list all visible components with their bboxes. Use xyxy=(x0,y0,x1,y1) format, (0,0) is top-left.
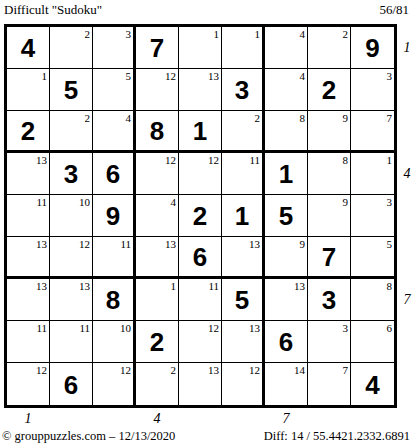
cell-r3c1: 2 xyxy=(7,111,50,153)
cell-r2c4: 12 xyxy=(136,69,179,111)
cell-r1c7: 4 xyxy=(265,27,308,69)
cell-r2c5: 13 xyxy=(179,69,222,111)
cell-r6c3: 11 xyxy=(93,237,136,279)
pencil-mark: 7 xyxy=(387,112,393,124)
cell-r9c2: 6 xyxy=(50,363,93,405)
cell-r3c8: 9 xyxy=(308,111,351,153)
cell-r1c4: 7 xyxy=(136,27,179,69)
cell-r1c6: 1 xyxy=(222,27,265,69)
cell-digit: 2 xyxy=(136,321,178,362)
pencil-mark: 12 xyxy=(249,364,260,376)
cell-r5c8: 9 xyxy=(308,195,351,237)
cell-r9c6: 12 xyxy=(222,363,265,405)
cell-digit: 6 xyxy=(265,321,307,362)
pencil-mark: 4 xyxy=(300,28,306,40)
cell-r5c9: 3 xyxy=(351,195,394,237)
pencil-mark: 9 xyxy=(343,112,349,124)
pencil-mark: 2 xyxy=(171,364,177,376)
cell-r9c3: 12 xyxy=(93,363,136,405)
pencil-mark: 9 xyxy=(300,238,306,250)
pencil-mark: 12 xyxy=(165,154,176,166)
pencil-mark: 3 xyxy=(343,322,349,334)
cell-r7c7: 13 xyxy=(265,279,308,321)
pencil-mark: 1 xyxy=(171,280,177,292)
pencil-mark: 12 xyxy=(120,364,131,376)
cell-r4c8: 8 xyxy=(308,153,351,195)
pencil-mark: 3 xyxy=(126,28,132,40)
cell-r1c5: 1 xyxy=(179,27,222,69)
cell-digit: 2 xyxy=(179,195,221,236)
cell-r5c4: 4 xyxy=(136,195,179,237)
pencil-mark: 10 xyxy=(79,196,90,208)
difficulty-text: Diff: 14 / 55.4421.2332.6891 xyxy=(264,429,410,444)
cell-digit: 1 xyxy=(222,195,262,236)
cell-r2c1: 1 xyxy=(7,69,50,111)
pencil-mark: 12 xyxy=(79,238,90,250)
pencil-mark: 7 xyxy=(343,364,349,376)
pencil-mark: 13 xyxy=(79,280,90,292)
pencil-mark: 9 xyxy=(343,196,349,208)
cell-r4c6: 11 xyxy=(222,153,265,195)
cell-digit: 2 xyxy=(308,69,350,110)
pencil-mark: 13 xyxy=(208,70,219,82)
cell-r9c1: 12 xyxy=(7,363,50,405)
cell-digit: 9 xyxy=(351,27,394,68)
cell-digit: 3 xyxy=(308,279,350,320)
cell-r2c3: 5 xyxy=(93,69,136,111)
cell-r2c6: 3 xyxy=(222,69,265,111)
cell-r9c8: 7 xyxy=(308,363,351,405)
cell-r8c4: 2 xyxy=(136,321,179,363)
pencil-mark: 11 xyxy=(208,280,219,292)
pencil-mark: 13 xyxy=(36,154,47,166)
cell-r1c2: 2 xyxy=(50,27,93,69)
cell-digit: 3 xyxy=(50,153,92,194)
cell-r8c2: 11 xyxy=(50,321,93,363)
cell-r8c8: 3 xyxy=(308,321,351,363)
cell-r9c4: 2 xyxy=(136,363,179,405)
cell-r3c3: 4 xyxy=(93,111,136,153)
pencil-mark: 3 xyxy=(387,70,393,82)
pencil-mark: 2 xyxy=(343,28,349,40)
cell-r6c9: 5 xyxy=(351,237,394,279)
pencil-mark: 11 xyxy=(79,322,90,334)
cell-r3c4: 8 xyxy=(136,111,179,153)
pencil-mark: 8 xyxy=(387,280,393,292)
cell-digit: 5 xyxy=(222,279,262,320)
cell-r3c5: 1 xyxy=(179,111,222,153)
cell-digit: 7 xyxy=(308,237,350,276)
pencil-mark: 3 xyxy=(387,196,393,208)
page-title: Difficult "Sudoku" xyxy=(4,2,102,18)
sudoku-board: 4237114291551213342322481289713361212111… xyxy=(4,24,397,408)
cell-r4c4: 12 xyxy=(136,153,179,195)
cell-r9c5: 13 xyxy=(179,363,222,405)
cell-r2c7: 4 xyxy=(265,69,308,111)
col-label-1: 1 xyxy=(22,411,34,427)
pencil-mark: 1 xyxy=(214,28,220,40)
cell-digit: 5 xyxy=(265,195,307,236)
cell-r2c9: 3 xyxy=(351,69,394,111)
cell-r9c7: 14 xyxy=(265,363,308,405)
progress-counter: 56/81 xyxy=(379,2,409,18)
pencil-mark: 4 xyxy=(171,196,177,208)
cell-r5c1: 11 xyxy=(7,195,50,237)
cell-digit: 4 xyxy=(7,27,49,68)
pencil-mark: 5 xyxy=(387,238,393,250)
cell-r4c3: 6 xyxy=(93,153,136,195)
row-label-7: 7 xyxy=(401,292,412,308)
pencil-mark: 13 xyxy=(249,238,260,250)
pencil-mark: 12 xyxy=(208,154,219,166)
cell-r5c2: 10 xyxy=(50,195,93,237)
cell-r4c7: 1 xyxy=(265,153,308,195)
row-label-1: 1 xyxy=(401,40,412,56)
cell-r1c1: 4 xyxy=(7,27,50,69)
cell-r7c5: 11 xyxy=(179,279,222,321)
cell-digit: 7 xyxy=(136,27,178,68)
cell-r4c9: 1 xyxy=(351,153,394,195)
cell-r4c2: 3 xyxy=(50,153,93,195)
cell-r1c9: 9 xyxy=(351,27,394,69)
cell-r8c5: 12 xyxy=(179,321,222,363)
cell-digit: 1 xyxy=(179,111,221,150)
cell-r6c1: 13 xyxy=(7,237,50,279)
cell-r6c6: 13 xyxy=(222,237,265,279)
cell-r6c8: 7 xyxy=(308,237,351,279)
cell-r7c3: 8 xyxy=(93,279,136,321)
pencil-mark: 11 xyxy=(36,322,47,334)
pencil-mark: 2 xyxy=(85,28,91,40)
pencil-mark: 8 xyxy=(343,154,349,166)
cell-r6c4: 13 xyxy=(136,237,179,279)
cell-r7c4: 1 xyxy=(136,279,179,321)
cell-r3c7: 8 xyxy=(265,111,308,153)
cell-digit: 5 xyxy=(50,69,92,110)
cell-r3c2: 2 xyxy=(50,111,93,153)
pencil-mark: 11 xyxy=(36,196,47,208)
cell-r2c8: 2 xyxy=(308,69,351,111)
cell-digit: 8 xyxy=(136,111,178,150)
cell-digit: 2 xyxy=(7,111,49,150)
cell-r5c5: 2 xyxy=(179,195,222,237)
col-label-4: 4 xyxy=(151,411,163,427)
cell-r8c3: 10 xyxy=(93,321,136,363)
pencil-mark: 8 xyxy=(300,112,306,124)
cell-digit: 6 xyxy=(50,363,92,405)
cell-r8c7: 6 xyxy=(265,321,308,363)
cell-r6c5: 6 xyxy=(179,237,222,279)
pencil-mark: 1 xyxy=(387,154,393,166)
cell-r4c5: 12 xyxy=(179,153,222,195)
cell-digit: 6 xyxy=(93,153,133,194)
cell-r8c6: 13 xyxy=(222,321,265,363)
pencil-mark: 13 xyxy=(36,280,47,292)
pencil-mark: 13 xyxy=(208,364,219,376)
cell-r1c3: 3 xyxy=(93,27,136,69)
pencil-mark: 13 xyxy=(249,322,260,334)
cell-r9c9: 4 xyxy=(351,363,394,405)
pencil-mark: 12 xyxy=(165,70,176,82)
pencil-mark: 12 xyxy=(36,364,47,376)
pencil-mark: 14 xyxy=(294,364,305,376)
cell-r6c7: 9 xyxy=(265,237,308,279)
row-label-4: 4 xyxy=(401,166,412,182)
pencil-mark: 2 xyxy=(255,112,261,124)
pencil-mark: 11 xyxy=(249,154,260,166)
cell-r7c2: 13 xyxy=(50,279,93,321)
pencil-mark: 5 xyxy=(126,70,132,82)
cell-r4c1: 13 xyxy=(7,153,50,195)
cell-r2c2: 5 xyxy=(50,69,93,111)
cell-digit: 3 xyxy=(222,69,262,110)
cell-r5c7: 5 xyxy=(265,195,308,237)
cell-r5c6: 1 xyxy=(222,195,265,237)
pencil-mark: 11 xyxy=(120,238,131,250)
cell-r7c6: 5 xyxy=(222,279,265,321)
cell-r5c3: 9 xyxy=(93,195,136,237)
col-label-7: 7 xyxy=(280,411,292,427)
pencil-mark: 4 xyxy=(126,112,132,124)
cell-r7c8: 3 xyxy=(308,279,351,321)
cell-digit: 9 xyxy=(93,195,133,236)
pencil-mark: 13 xyxy=(36,238,47,250)
pencil-mark: 6 xyxy=(387,322,393,334)
pencil-mark: 2 xyxy=(85,112,91,124)
pencil-mark: 4 xyxy=(300,70,306,82)
cell-digit: 6 xyxy=(179,237,221,276)
pencil-mark: 12 xyxy=(208,322,219,334)
pencil-mark: 13 xyxy=(165,238,176,250)
pencil-mark: 1 xyxy=(42,70,48,82)
pencil-mark: 10 xyxy=(120,322,131,334)
cell-digit: 1 xyxy=(265,153,307,194)
pencil-mark: 13 xyxy=(294,280,305,292)
cell-r8c1: 11 xyxy=(7,321,50,363)
cell-r7c9: 8 xyxy=(351,279,394,321)
copyright-text: © grouppuzzles.com – 12/13/2020 xyxy=(2,429,175,444)
cell-r7c1: 13 xyxy=(7,279,50,321)
cell-r3c6: 2 xyxy=(222,111,265,153)
cell-r6c2: 12 xyxy=(50,237,93,279)
cell-digit: 4 xyxy=(351,363,394,405)
cell-r1c8: 2 xyxy=(308,27,351,69)
cell-digit: 8 xyxy=(93,279,133,320)
cell-r8c9: 6 xyxy=(351,321,394,363)
cell-r3c9: 7 xyxy=(351,111,394,153)
pencil-mark: 1 xyxy=(255,28,261,40)
